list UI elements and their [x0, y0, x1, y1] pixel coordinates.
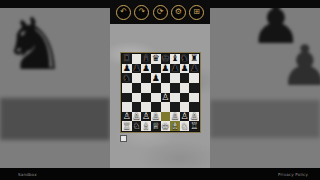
- square-e1[interactable]: ♔: [161, 121, 171, 131]
- square-a7[interactable]: ♟: [122, 64, 132, 74]
- toolbar: ↶↷⟳⚙⊞: [110, 0, 210, 24]
- footer-bar: Sandbox Privacy Policy: [0, 168, 320, 180]
- square-c7[interactable]: ♟: [141, 64, 151, 74]
- square-a2[interactable]: ♙: [122, 112, 132, 122]
- square-g4[interactable]: [180, 93, 190, 103]
- square-f7[interactable]: ♟: [170, 64, 180, 74]
- square-g6[interactable]: [180, 73, 190, 83]
- side-top-bar: [0, 0, 110, 8]
- black-pawn: ♟: [142, 64, 150, 73]
- chess-app-screen: ↶↷⟳⚙⊞ ♜♝♛♚♝♞♜♟♟♟♟♟♟♟♞♟♙♙♙♙♙♙♙♙♖♘♗♕♔♗♘♖: [110, 0, 210, 180]
- square-f5[interactable]: [170, 83, 180, 93]
- square-e4[interactable]: ♙: [161, 93, 171, 103]
- square-b5[interactable]: [132, 83, 142, 93]
- square-d8[interactable]: ♛: [151, 54, 161, 64]
- square-a4[interactable]: [122, 93, 132, 103]
- white-pawn: ♙: [132, 112, 140, 121]
- white-rook: ♖: [190, 122, 198, 131]
- square-a5[interactable]: [122, 83, 132, 93]
- square-a6[interactable]: ♞: [122, 73, 132, 83]
- square-d6[interactable]: ♟: [151, 73, 161, 83]
- black-pawn: ♟: [190, 64, 198, 73]
- square-d1[interactable]: ♕: [151, 121, 161, 131]
- square-b4[interactable]: [132, 93, 142, 103]
- white-rook: ♖: [123, 122, 131, 131]
- white-pawn: ♙: [181, 112, 189, 121]
- blurred-knight-icon: ♞: [2, 8, 67, 80]
- square-h2[interactable]: ♙: [189, 112, 199, 122]
- menu-icon[interactable]: ⊞: [189, 5, 204, 20]
- white-pawn: ♙: [123, 112, 131, 121]
- captured-piece-tray-icon: [120, 135, 127, 142]
- black-queen: ♛: [152, 54, 160, 63]
- square-b7[interactable]: ♟: [132, 64, 142, 74]
- square-h4[interactable]: [189, 93, 199, 103]
- black-knight: ♞: [181, 54, 189, 63]
- square-h7[interactable]: ♟: [189, 64, 199, 74]
- square-f1[interactable]: ♗: [170, 121, 180, 131]
- blurred-pawn-icon: ♟: [280, 38, 320, 94]
- square-e6[interactable]: [161, 73, 171, 83]
- square-d5[interactable]: [151, 83, 161, 93]
- black-pawn: ♟: [132, 64, 140, 73]
- square-h6[interactable]: [189, 73, 199, 83]
- black-bishop: ♝: [142, 54, 150, 63]
- square-c5[interactable]: [141, 83, 151, 93]
- square-e2[interactable]: [161, 112, 171, 122]
- square-b6[interactable]: [132, 73, 142, 83]
- black-rook: ♜: [190, 54, 198, 63]
- white-pawn: ♙: [142, 112, 150, 121]
- blur-band: [210, 100, 320, 138]
- left-blur-panel: ♞: [0, 0, 110, 180]
- flip-board-icon[interactable]: ⟳: [153, 5, 168, 20]
- square-c1[interactable]: ♗: [141, 121, 151, 131]
- square-g5[interactable]: [180, 83, 190, 93]
- white-knight: ♘: [132, 122, 140, 131]
- black-rook: ♜: [123, 54, 131, 63]
- white-bishop: ♗: [142, 122, 150, 131]
- white-knight: ♘: [181, 122, 189, 131]
- white-pawn: ♙: [171, 112, 179, 121]
- square-c2[interactable]: ♙: [141, 112, 151, 122]
- white-bishop: ♗: [171, 122, 179, 131]
- black-knight: ♞: [123, 74, 131, 83]
- settings-icon[interactable]: ⚙: [171, 5, 186, 20]
- black-pawn: ♟: [161, 64, 169, 73]
- square-e3[interactable]: [161, 102, 171, 112]
- white-pawn: ♙: [190, 112, 198, 121]
- square-c4[interactable]: [141, 93, 151, 103]
- square-c6[interactable]: [141, 73, 151, 83]
- white-queen: ♕: [152, 122, 160, 131]
- square-g2[interactable]: ♙: [180, 112, 190, 122]
- black-pawn: ♟: [123, 64, 131, 73]
- blur-band: [0, 98, 110, 140]
- right-blur-panel: ♟ ♟: [210, 0, 320, 180]
- square-g1[interactable]: ♘: [180, 121, 190, 131]
- white-king: ♔: [161, 122, 169, 131]
- footer-right-text[interactable]: Privacy Policy: [278, 172, 308, 177]
- side-top-bar: [210, 0, 320, 8]
- square-d2[interactable]: ♙: [151, 112, 161, 122]
- black-pawn: ♟: [152, 74, 160, 83]
- square-d4[interactable]: [151, 93, 161, 103]
- white-pawn: ♙: [152, 112, 160, 121]
- chess-board[interactable]: ♜♝♛♚♝♞♜♟♟♟♟♟♟♟♞♟♙♙♙♙♙♙♙♙♖♘♗♕♔♗♘♖: [122, 54, 199, 131]
- square-d7[interactable]: [151, 64, 161, 74]
- square-h1[interactable]: ♖: [189, 121, 199, 131]
- square-h5[interactable]: [189, 83, 199, 93]
- square-b2[interactable]: ♙: [132, 112, 142, 122]
- footer-left-text[interactable]: Sandbox: [18, 172, 37, 177]
- chess-board-frame: ♜♝♛♚♝♞♜♟♟♟♟♟♟♟♞♟♙♙♙♙♙♙♙♙♖♘♗♕♔♗♘♖: [120, 52, 201, 133]
- black-king: ♚: [161, 54, 169, 63]
- square-f2[interactable]: ♙: [170, 112, 180, 122]
- black-pawn: ♟: [181, 64, 189, 73]
- square-f4[interactable]: [170, 93, 180, 103]
- square-a1[interactable]: ♖: [122, 121, 132, 131]
- square-b1[interactable]: ♘: [132, 121, 142, 131]
- black-bishop: ♝: [171, 54, 179, 63]
- undo-icon[interactable]: ↶: [116, 5, 131, 20]
- redo-icon[interactable]: ↷: [134, 5, 149, 20]
- square-g7[interactable]: ♟: [180, 64, 190, 74]
- black-pawn: ♟: [171, 64, 179, 73]
- square-e7[interactable]: ♟: [161, 64, 171, 74]
- square-f6[interactable]: [170, 73, 180, 83]
- white-pawn: ♙: [161, 93, 169, 102]
